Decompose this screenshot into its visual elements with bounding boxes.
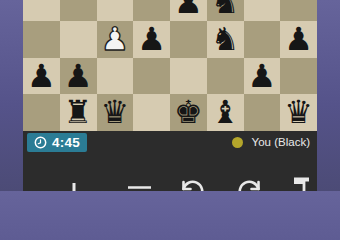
- square[interactable]: [133, 58, 170, 95]
- clock-time: 4:45: [52, 135, 80, 150]
- square[interactable]: [133, 94, 170, 131]
- square[interactable]: [60, 21, 97, 58]
- square[interactable]: ♟: [170, 0, 207, 21]
- square[interactable]: ♜: [60, 94, 97, 131]
- board-grid: ♟♞♟♟♞♟♟♟♟♜♛♚♝♛: [23, 0, 317, 131]
- black-pawn: ♟: [174, 0, 203, 21]
- square[interactable]: [244, 21, 281, 58]
- square[interactable]: [60, 0, 97, 21]
- player-info: You (Black): [232, 135, 310, 149]
- clock-icon: [34, 136, 47, 149]
- redo-icon[interactable]: [236, 177, 264, 191]
- black-knight: ♞: [211, 21, 240, 58]
- square[interactable]: [207, 58, 244, 95]
- black-bishop: ♝: [211, 94, 240, 131]
- player-clock: 4:45: [27, 133, 87, 152]
- screen: { "game": "chess", "clock": { "time": "4…: [0, 0, 340, 191]
- black-queen: ♛: [101, 94, 130, 131]
- square[interactable]: [23, 94, 60, 131]
- square[interactable]: [280, 58, 317, 95]
- square[interactable]: ♟: [280, 21, 317, 58]
- square[interactable]: ♟: [23, 58, 60, 95]
- flag-icon[interactable]: [291, 176, 313, 191]
- status-bar: 4:45 You (Black): [23, 131, 317, 163]
- undo-icon[interactable]: [178, 177, 206, 191]
- square[interactable]: [23, 0, 60, 21]
- square[interactable]: ♞: [207, 21, 244, 58]
- square[interactable]: ♛: [280, 94, 317, 131]
- chess-board: ♟♞♟♟♞♟♟♟♟♜♛♚♝♛: [23, 0, 317, 131]
- menu-list-icon[interactable]: [126, 185, 153, 191]
- black-king: ♚: [174, 94, 203, 131]
- plus-icon[interactable]: [63, 181, 85, 191]
- black-pawn: ♟: [284, 21, 313, 58]
- square[interactable]: [97, 58, 134, 95]
- black-pawn: ♟: [248, 58, 277, 95]
- black-knight: ♞: [211, 0, 240, 21]
- player-color-dot: [232, 137, 243, 148]
- square[interactable]: ♛: [97, 94, 134, 131]
- square[interactable]: [97, 0, 134, 21]
- white-pawn: ♟: [101, 21, 130, 58]
- square[interactable]: ♟: [97, 21, 134, 58]
- square[interactable]: ♟: [244, 58, 281, 95]
- square[interactable]: ♚: [170, 94, 207, 131]
- square[interactable]: [280, 0, 317, 21]
- square[interactable]: [23, 21, 60, 58]
- square[interactable]: [170, 58, 207, 95]
- square[interactable]: ♝: [207, 94, 244, 131]
- square[interactable]: ♟: [60, 58, 97, 95]
- square[interactable]: ♞: [207, 0, 244, 21]
- black-rook: ♜: [64, 94, 93, 131]
- game-panel: ♟♞♟♟♞♟♟♟♟♜♛♚♝♛ 4:45 You (Black): [23, 0, 317, 191]
- black-pawn: ♟: [137, 21, 166, 58]
- square[interactable]: [133, 0, 170, 21]
- square[interactable]: [244, 94, 281, 131]
- black-pawn: ♟: [27, 58, 56, 95]
- square[interactable]: ♟: [133, 21, 170, 58]
- square[interactable]: [170, 21, 207, 58]
- black-pawn: ♟: [64, 58, 93, 95]
- black-queen: ♛: [284, 94, 313, 131]
- square[interactable]: [244, 0, 281, 21]
- player-label: You (Black): [252, 136, 310, 148]
